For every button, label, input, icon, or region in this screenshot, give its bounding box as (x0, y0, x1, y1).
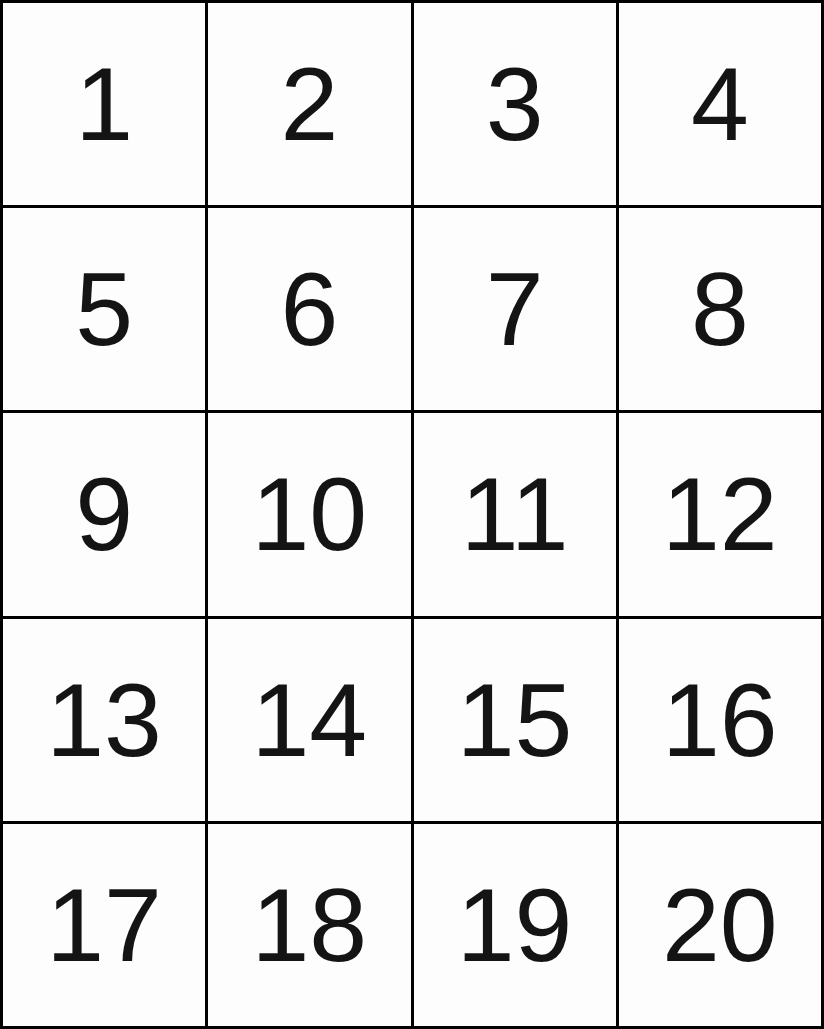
number-chart-page: 1234567891011121314151617181920 (0, 0, 824, 1029)
cell-19[interactable]: 19 (414, 824, 616, 1026)
cell-6[interactable]: 6 (208, 208, 410, 410)
cell-9[interactable]: 9 (3, 413, 205, 615)
cell-17[interactable]: 17 (3, 824, 205, 1026)
number-grid: 1234567891011121314151617181920 (0, 0, 824, 1029)
cell-8[interactable]: 8 (619, 208, 821, 410)
cell-2[interactable]: 2 (208, 3, 410, 205)
cell-1[interactable]: 1 (3, 3, 205, 205)
cell-20[interactable]: 20 (619, 824, 821, 1026)
cell-15[interactable]: 15 (414, 619, 616, 821)
cell-10[interactable]: 10 (208, 413, 410, 615)
cell-3[interactable]: 3 (414, 3, 616, 205)
cell-14[interactable]: 14 (208, 619, 410, 821)
cell-5[interactable]: 5 (3, 208, 205, 410)
cell-4[interactable]: 4 (619, 3, 821, 205)
cell-18[interactable]: 18 (208, 824, 410, 1026)
cell-16[interactable]: 16 (619, 619, 821, 821)
cell-13[interactable]: 13 (3, 619, 205, 821)
cell-11[interactable]: 11 (414, 413, 616, 615)
cell-7[interactable]: 7 (414, 208, 616, 410)
cell-12[interactable]: 12 (619, 413, 821, 615)
